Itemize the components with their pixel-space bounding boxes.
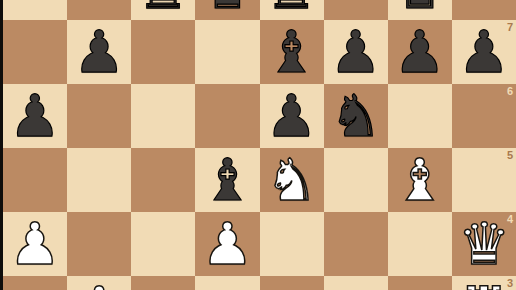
square-h6[interactable]: 6 [452, 84, 516, 148]
black-pawn-a6[interactable]: ♟ [3, 84, 67, 148]
square-g4[interactable] [388, 212, 452, 276]
black-king-g8[interactable]: ♚ [388, 0, 452, 20]
black-pawn-h7[interactable]: ♟ [452, 20, 516, 84]
square-c8[interactable]: ♜ [131, 0, 195, 20]
square-e6[interactable]: ♟ [260, 84, 324, 148]
square-a4[interactable]: ♟ [3, 212, 67, 276]
white-pawn-d4[interactable]: ♟ [195, 212, 259, 276]
square-h8[interactable] [452, 0, 516, 20]
square-a3[interactable] [3, 276, 67, 290]
square-a6[interactable]: ♟ [3, 84, 67, 148]
square-f3[interactable] [324, 276, 388, 290]
black-rook-e8[interactable]: ♜ [260, 0, 324, 20]
black-knight-f6[interactable]: ♞ [324, 84, 388, 148]
square-b7[interactable]: ♟ [67, 20, 131, 84]
square-c5[interactable] [131, 148, 195, 212]
square-c7[interactable] [131, 20, 195, 84]
white-knight-e5[interactable]: ♞ [260, 148, 324, 212]
black-pawn-e6[interactable]: ♟ [260, 84, 324, 148]
video-frame: ♜♛♜♚♟♝♟♟7♟♟♟♞6♝♞♝5♟♟4♛♝3♜ [0, 0, 516, 290]
square-f4[interactable] [324, 212, 388, 276]
square-g3[interactable] [388, 276, 452, 290]
square-d3[interactable] [195, 276, 259, 290]
black-pawn-g7[interactable]: ♟ [388, 20, 452, 84]
square-f7[interactable]: ♟ [324, 20, 388, 84]
square-a7[interactable] [3, 20, 67, 84]
square-g8[interactable]: ♚ [388, 0, 452, 20]
black-bishop-e7[interactable]: ♝ [260, 20, 324, 84]
black-pawn-b7[interactable]: ♟ [67, 20, 131, 84]
square-h5[interactable]: 5 [452, 148, 516, 212]
square-g6[interactable] [388, 84, 452, 148]
square-h3[interactable]: 3♜ [452, 276, 516, 290]
square-f5[interactable] [324, 148, 388, 212]
white-bishop-g5[interactable]: ♝ [388, 148, 452, 212]
square-f8[interactable] [324, 0, 388, 20]
black-queen-d8[interactable]: ♛ [195, 0, 259, 20]
square-e5[interactable]: ♞ [260, 148, 324, 212]
square-d4[interactable]: ♟ [195, 212, 259, 276]
square-d8[interactable]: ♛ [195, 0, 259, 20]
square-d6[interactable] [195, 84, 259, 148]
square-d7[interactable] [195, 20, 259, 84]
black-pawn-f7[interactable]: ♟ [324, 20, 388, 84]
black-rook-c8[interactable]: ♜ [131, 0, 195, 20]
rank-label-5: 5 [507, 150, 513, 161]
square-b5[interactable] [67, 148, 131, 212]
square-b4[interactable] [67, 212, 131, 276]
square-e7[interactable]: ♝ [260, 20, 324, 84]
square-c3[interactable] [131, 276, 195, 290]
white-pawn-a4[interactable]: ♟ [3, 212, 67, 276]
square-g5[interactable]: ♝ [388, 148, 452, 212]
white-rook-h3[interactable]: ♜ [452, 276, 516, 290]
square-e4[interactable] [260, 212, 324, 276]
square-a8[interactable] [3, 0, 67, 20]
white-queen-h4[interactable]: ♛ [452, 212, 516, 276]
square-a5[interactable] [3, 148, 67, 212]
square-h7[interactable]: 7♟ [452, 20, 516, 84]
square-b6[interactable] [67, 84, 131, 148]
square-f6[interactable]: ♞ [324, 84, 388, 148]
chess-board[interactable]: ♜♛♜♚♟♝♟♟7♟♟♟♞6♝♞♝5♟♟4♛♝3♜ [3, 0, 516, 290]
square-b8[interactable] [67, 0, 131, 20]
white-bishop-b3[interactable]: ♝ [67, 276, 131, 290]
square-c4[interactable] [131, 212, 195, 276]
black-bishop-d5[interactable]: ♝ [195, 148, 259, 212]
rank-label-6: 6 [507, 86, 513, 97]
square-b3[interactable]: ♝ [67, 276, 131, 290]
square-c6[interactable] [131, 84, 195, 148]
board-left-edge [0, 0, 3, 290]
square-e8[interactable]: ♜ [260, 0, 324, 20]
square-d5[interactable]: ♝ [195, 148, 259, 212]
square-g7[interactable]: ♟ [388, 20, 452, 84]
square-h4[interactable]: 4♛ [452, 212, 516, 276]
square-e3[interactable] [260, 276, 324, 290]
